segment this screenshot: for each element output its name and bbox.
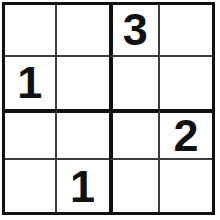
cell-r4c2[interactable]: 1 [57, 160, 109, 212]
cell-r1c4[interactable] [160, 5, 212, 57]
cell-r3c4[interactable]: 2 [160, 109, 212, 161]
cell-r2c2[interactable] [57, 57, 109, 109]
cell-r1c3[interactable]: 3 [109, 5, 161, 57]
cell-r3c2[interactable] [57, 109, 109, 161]
cell-r2c4[interactable] [160, 57, 212, 109]
cell-r1c1[interactable] [5, 5, 57, 57]
cell-r3c3[interactable] [109, 109, 161, 161]
cell-r4c4[interactable] [160, 160, 212, 212]
cell-r2c3[interactable] [109, 57, 161, 109]
cell-r3c1[interactable] [5, 109, 57, 161]
cell-r2c1[interactable]: 1 [5, 57, 57, 109]
cell-r4c3[interactable] [109, 160, 161, 212]
cell-r1c2[interactable] [57, 5, 109, 57]
sudoku-board: 3 1 2 1 [2, 2, 215, 215]
cell-r4c1[interactable] [5, 160, 57, 212]
